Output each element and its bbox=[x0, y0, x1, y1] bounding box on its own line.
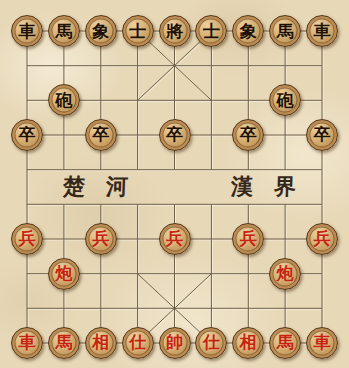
piece-black-cannon[interactable]: 砲 bbox=[269, 84, 301, 116]
intersection-c6[interactable]: 卒 bbox=[82, 118, 119, 153]
intersection-f1[interactable] bbox=[193, 291, 230, 326]
intersection-e8[interactable] bbox=[156, 48, 193, 83]
intersection-b4[interactable] bbox=[45, 187, 82, 222]
piece-red-soldier[interactable]: 兵 bbox=[11, 223, 43, 255]
piece-red-advisor[interactable]: 仕 bbox=[122, 327, 154, 359]
intersection-i2[interactable] bbox=[304, 256, 341, 291]
intersection-g5[interactable] bbox=[230, 152, 267, 187]
intersection-h7[interactable]: 砲 bbox=[267, 83, 304, 118]
piece-black-horse[interactable]: 馬 bbox=[48, 15, 80, 47]
intersection-e2[interactable] bbox=[156, 256, 193, 291]
intersection-f7[interactable] bbox=[193, 83, 230, 118]
piece-red-chariot[interactable]: 車 bbox=[306, 327, 338, 359]
piece-red-elephant[interactable]: 相 bbox=[85, 327, 117, 359]
piece-red-cannon[interactable]: 炮 bbox=[269, 258, 301, 290]
piece-black-general[interactable]: 將 bbox=[159, 15, 191, 47]
intersection-e3[interactable]: 兵 bbox=[156, 222, 193, 257]
intersection-c1[interactable] bbox=[82, 291, 119, 326]
piece-black-cannon[interactable]: 砲 bbox=[48, 84, 80, 116]
intersection-h4[interactable] bbox=[267, 187, 304, 222]
intersection-f2[interactable] bbox=[193, 256, 230, 291]
intersection-g9[interactable]: 象 bbox=[230, 14, 267, 49]
intersection-e0[interactable]: 帥 bbox=[156, 326, 193, 361]
intersection-c7[interactable] bbox=[82, 83, 119, 118]
intersection-a1[interactable] bbox=[9, 291, 46, 326]
piece-red-soldier[interactable]: 兵 bbox=[159, 223, 191, 255]
piece-black-chariot[interactable]: 車 bbox=[11, 15, 43, 47]
intersection-a6[interactable]: 卒 bbox=[9, 118, 46, 153]
intersection-f9[interactable]: 士 bbox=[193, 14, 230, 49]
intersection-a7[interactable] bbox=[9, 83, 46, 118]
intersection-g0[interactable]: 相 bbox=[230, 326, 267, 361]
intersection-d7[interactable] bbox=[119, 83, 156, 118]
intersection-g4[interactable] bbox=[230, 187, 267, 222]
piece-black-soldier[interactable]: 卒 bbox=[232, 119, 264, 151]
piece-black-soldier[interactable]: 卒 bbox=[11, 119, 43, 151]
intersection-b1[interactable] bbox=[45, 291, 82, 326]
piece-black-horse[interactable]: 馬 bbox=[269, 15, 301, 47]
piece-black-advisor[interactable]: 士 bbox=[195, 15, 227, 47]
intersection-h8[interactable] bbox=[267, 48, 304, 83]
intersection-h6[interactable] bbox=[267, 118, 304, 153]
piece-black-elephant[interactable]: 象 bbox=[85, 15, 117, 47]
intersection-d6[interactable] bbox=[119, 118, 156, 153]
intersection-b7[interactable]: 砲 bbox=[45, 83, 82, 118]
intersection-d2[interactable] bbox=[119, 256, 156, 291]
piece-red-soldier[interactable]: 兵 bbox=[85, 223, 117, 255]
intersection-i1[interactable] bbox=[304, 291, 341, 326]
intersection-a5[interactable] bbox=[9, 152, 46, 187]
intersection-g7[interactable] bbox=[230, 83, 267, 118]
intersection-c5[interactable] bbox=[82, 152, 119, 187]
intersection-c2[interactable] bbox=[82, 256, 119, 291]
piece-black-soldier[interactable]: 卒 bbox=[306, 119, 338, 151]
intersection-b8[interactable] bbox=[45, 48, 82, 83]
intersection-d0[interactable]: 仕 bbox=[119, 326, 156, 361]
xiangqi-board: 楚河 漢界 車馬象士將士象馬車砲砲卒卒卒卒卒兵兵兵兵兵炮炮車馬相仕帥仕相馬車 bbox=[0, 0, 349, 368]
piece-red-cannon[interactable]: 炮 bbox=[48, 258, 80, 290]
intersection-b0[interactable]: 馬 bbox=[45, 326, 82, 361]
intersection-i5[interactable] bbox=[304, 152, 341, 187]
intersection-e6[interactable]: 卒 bbox=[156, 118, 193, 153]
piece-black-elephant[interactable]: 象 bbox=[232, 15, 264, 47]
intersection-h0[interactable]: 馬 bbox=[267, 326, 304, 361]
piece-black-advisor[interactable]: 士 bbox=[122, 15, 154, 47]
intersection-e4[interactable] bbox=[156, 187, 193, 222]
intersection-b6[interactable] bbox=[45, 118, 82, 153]
piece-red-soldier[interactable]: 兵 bbox=[232, 223, 264, 255]
intersection-h2[interactable]: 炮 bbox=[267, 256, 304, 291]
intersection-g1[interactable] bbox=[230, 291, 267, 326]
intersection-a0[interactable]: 車 bbox=[9, 326, 46, 361]
intersection-d1[interactable] bbox=[119, 291, 156, 326]
intersection-d4[interactable] bbox=[119, 187, 156, 222]
piece-red-general[interactable]: 帥 bbox=[159, 327, 191, 359]
intersection-c4[interactable] bbox=[82, 187, 119, 222]
intersection-f8[interactable] bbox=[193, 48, 230, 83]
intersection-i7[interactable] bbox=[304, 83, 341, 118]
intersection-c3[interactable]: 兵 bbox=[82, 222, 119, 257]
piece-red-chariot[interactable]: 車 bbox=[11, 327, 43, 359]
piece-red-soldier[interactable]: 兵 bbox=[306, 223, 338, 255]
piece-black-soldier[interactable]: 卒 bbox=[85, 119, 117, 151]
intersection-a8[interactable] bbox=[9, 48, 46, 83]
intersection-d3[interactable] bbox=[119, 222, 156, 257]
intersection-d9[interactable]: 士 bbox=[119, 14, 156, 49]
intersection-i9[interactable]: 車 bbox=[304, 14, 341, 49]
intersection-i0[interactable]: 車 bbox=[304, 326, 341, 361]
intersection-h3[interactable] bbox=[267, 222, 304, 257]
piece-black-soldier[interactable]: 卒 bbox=[159, 119, 191, 151]
intersection-f0[interactable]: 仕 bbox=[193, 326, 230, 361]
intersection-c0[interactable]: 相 bbox=[82, 326, 119, 361]
intersection-b9[interactable]: 馬 bbox=[45, 14, 82, 49]
intersection-b3[interactable] bbox=[45, 222, 82, 257]
intersection-h9[interactable]: 馬 bbox=[267, 14, 304, 49]
intersection-b2[interactable]: 炮 bbox=[45, 256, 82, 291]
intersection-d8[interactable] bbox=[119, 48, 156, 83]
intersection-e9[interactable]: 將 bbox=[156, 14, 193, 49]
intersection-h1[interactable] bbox=[267, 291, 304, 326]
intersection-g6[interactable]: 卒 bbox=[230, 118, 267, 153]
intersection-e1[interactable] bbox=[156, 291, 193, 326]
intersection-f4[interactable] bbox=[193, 187, 230, 222]
piece-red-horse[interactable]: 馬 bbox=[269, 327, 301, 359]
intersection-d5[interactable] bbox=[119, 152, 156, 187]
intersection-i6[interactable]: 卒 bbox=[304, 118, 341, 153]
intersection-g2[interactable] bbox=[230, 256, 267, 291]
intersection-c8[interactable] bbox=[82, 48, 119, 83]
intersection-g3[interactable]: 兵 bbox=[230, 222, 267, 257]
intersection-b5[interactable] bbox=[45, 152, 82, 187]
intersection-c9[interactable]: 象 bbox=[82, 14, 119, 49]
intersection-g8[interactable] bbox=[230, 48, 267, 83]
intersection-e7[interactable] bbox=[156, 83, 193, 118]
intersection-f3[interactable] bbox=[193, 222, 230, 257]
intersection-e5[interactable] bbox=[156, 152, 193, 187]
intersection-a3[interactable]: 兵 bbox=[9, 222, 46, 257]
piece-red-advisor[interactable]: 仕 bbox=[195, 327, 227, 359]
intersection-a4[interactable] bbox=[9, 187, 46, 222]
piece-red-horse[interactable]: 馬 bbox=[48, 327, 80, 359]
intersection-i8[interactable] bbox=[304, 48, 341, 83]
intersection-h5[interactable] bbox=[267, 152, 304, 187]
intersection-a9[interactable]: 車 bbox=[9, 14, 46, 49]
intersection-f6[interactable] bbox=[193, 118, 230, 153]
piece-black-chariot[interactable]: 車 bbox=[306, 15, 338, 47]
intersection-i4[interactable] bbox=[304, 187, 341, 222]
intersection-f5[interactable] bbox=[193, 152, 230, 187]
piece-red-elephant[interactable]: 相 bbox=[232, 327, 264, 359]
intersection-i3[interactable]: 兵 bbox=[304, 222, 341, 257]
board-intersections-grid: 車馬象士將士象馬車砲砲卒卒卒卒卒兵兵兵兵兵炮炮車馬相仕帥仕相馬車 bbox=[9, 14, 341, 361]
intersection-a2[interactable] bbox=[9, 256, 46, 291]
